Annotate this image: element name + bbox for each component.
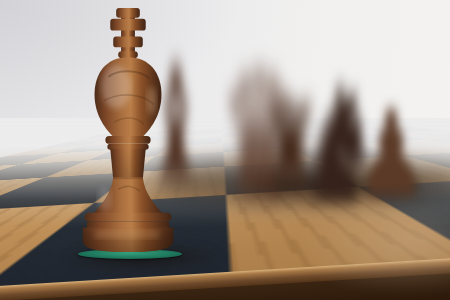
king-silhouette — [83, 8, 174, 252]
chess-photo-scene: ♝ ♛ ♜ ♞ ♟ dark king (foreground, in focu… — [0, 0, 450, 300]
king-piece: dark king (foreground, in focus) — [68, 6, 188, 258]
pawn-piece: ♟ — [355, 96, 427, 214]
